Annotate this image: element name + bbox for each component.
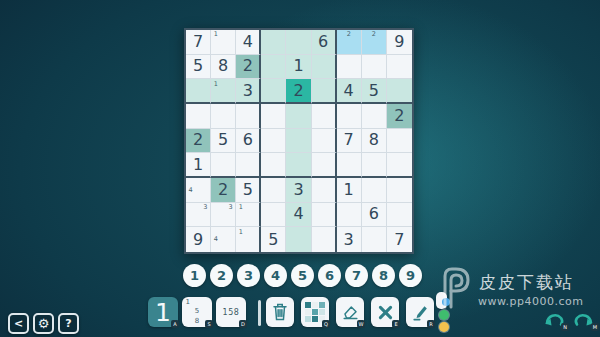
pen-color-yellow-dot[interactable] bbox=[439, 322, 449, 332]
mode-digit-label: 1 bbox=[155, 300, 171, 325]
shortcut-badge: D bbox=[239, 320, 247, 328]
cell-r3c6[interactable] bbox=[312, 79, 337, 104]
cell-r4c3[interactable] bbox=[236, 104, 261, 129]
cell-r1c9[interactable]: 9 bbox=[387, 30, 412, 55]
cell-r1c4[interactable] bbox=[261, 30, 286, 55]
cell-r5c4[interactable] bbox=[261, 129, 286, 154]
cell-r9c5[interactable] bbox=[286, 227, 311, 252]
back-button[interactable]: < bbox=[8, 313, 29, 334]
cell-r6c1[interactable]: 1 bbox=[186, 153, 211, 178]
shortcut-badge: Q bbox=[322, 320, 330, 328]
cell-r9c2[interactable]: 4 bbox=[211, 227, 236, 252]
digit: 4 bbox=[344, 83, 354, 99]
cell-r8c1[interactable]: 3 bbox=[186, 203, 211, 228]
cell-r6c8[interactable] bbox=[362, 153, 387, 178]
digit: 3 bbox=[293, 182, 303, 198]
cell-r3c4[interactable] bbox=[261, 79, 286, 104]
back-icon: < bbox=[14, 317, 23, 330]
cell-r7c3[interactable]: 5 bbox=[236, 178, 261, 203]
shortcut-badge: S bbox=[205, 320, 213, 328]
digit: 4 bbox=[293, 206, 303, 222]
cell-r4c5[interactable] bbox=[286, 104, 311, 129]
cell-r3c7[interactable]: 4 bbox=[337, 79, 362, 104]
cell-r8c4[interactable] bbox=[261, 203, 286, 228]
cell-r5c5[interactable] bbox=[286, 129, 311, 154]
cell-r8c2[interactable]: 3 bbox=[211, 203, 236, 228]
numpad-button-1[interactable]: 1 bbox=[183, 264, 206, 287]
digit: 7 bbox=[394, 232, 404, 248]
cell-r1c1[interactable]: 7 bbox=[186, 30, 211, 55]
shortcut-badge: W bbox=[357, 320, 365, 328]
cell-r9c6[interactable] bbox=[312, 227, 337, 252]
cell-r1c7[interactable]: 2 bbox=[337, 30, 362, 55]
numpad-button-8[interactable]: 8 bbox=[372, 264, 395, 287]
number-pad: 123456789 bbox=[183, 264, 422, 287]
cell-r7c2[interactable]: 2 bbox=[211, 178, 236, 203]
digit: 5 bbox=[243, 182, 253, 198]
shortcut-badge: A bbox=[171, 320, 179, 328]
cell-r3c9[interactable] bbox=[387, 79, 412, 104]
cell-r6c2[interactable] bbox=[211, 153, 236, 178]
digit: 6 bbox=[243, 132, 253, 148]
digit: 5 bbox=[218, 132, 228, 148]
cell-r4c9[interactable]: 2 bbox=[387, 104, 412, 129]
cell-r2c2[interactable]: 8 bbox=[211, 55, 236, 80]
redo-button[interactable]: M bbox=[572, 309, 596, 329]
digit: 9 bbox=[394, 34, 404, 50]
cell-r1c3[interactable]: 4 bbox=[236, 30, 261, 55]
numpad-button-5[interactable]: 5 bbox=[291, 264, 314, 287]
digit: 5 bbox=[369, 83, 379, 99]
cell-r2c8[interactable] bbox=[362, 55, 387, 80]
digit: 5 bbox=[193, 58, 203, 74]
help-button[interactable]: ? bbox=[58, 313, 79, 334]
cell-r9c4[interactable]: 5 bbox=[261, 227, 286, 252]
mode-digit-button[interactable]: 1 A bbox=[148, 297, 178, 327]
numpad-button-7[interactable]: 7 bbox=[345, 264, 368, 287]
sudoku-board: 714622958211324522567814253133146941537 bbox=[184, 28, 414, 254]
cell-r1c5[interactable] bbox=[286, 30, 311, 55]
gear-icon: ⚙ bbox=[38, 316, 50, 331]
shortcut-badge: N bbox=[561, 323, 569, 331]
game-screen: 714622958211324522567814253133146941537 … bbox=[0, 0, 600, 337]
cell-r9c8[interactable] bbox=[362, 227, 387, 252]
cell-r7c8[interactable] bbox=[362, 178, 387, 203]
cell-r5c3[interactable]: 6 bbox=[236, 129, 261, 154]
cell-r7c5[interactable]: 3 bbox=[286, 178, 311, 203]
digit: 7 bbox=[193, 34, 203, 50]
clear-button[interactable]: E bbox=[371, 297, 399, 327]
mode-center-marks-button[interactable]: 158 D bbox=[216, 297, 246, 327]
cell-r4c7[interactable] bbox=[337, 104, 362, 129]
cell-r4c4[interactable] bbox=[261, 104, 286, 129]
cell-r2c5[interactable]: 1 bbox=[286, 55, 311, 80]
numpad-button-2[interactable]: 2 bbox=[210, 264, 233, 287]
digit: 6 bbox=[369, 206, 379, 222]
cell-r9c7[interactable]: 3 bbox=[337, 227, 362, 252]
cell-r2c7[interactable] bbox=[337, 55, 362, 80]
cell-r8c5[interactable]: 4 bbox=[286, 203, 311, 228]
cell-r5c7[interactable]: 7 bbox=[337, 129, 362, 154]
cell-r3c8[interactable]: 5 bbox=[362, 79, 387, 104]
digit: 6 bbox=[318, 34, 328, 50]
shortcut-badge: M bbox=[591, 323, 599, 331]
palette-grid-icon bbox=[305, 302, 325, 322]
digit: 3 bbox=[344, 232, 354, 248]
pen-button[interactable]: R bbox=[406, 297, 434, 327]
digit: 2 bbox=[193, 132, 203, 148]
digit: 7 bbox=[344, 132, 354, 148]
x-icon bbox=[377, 304, 394, 321]
palette-button[interactable]: Q bbox=[301, 297, 329, 327]
pen-icon bbox=[411, 303, 430, 322]
settings-button[interactable]: ⚙ bbox=[33, 313, 54, 334]
digit: 2 bbox=[243, 58, 253, 74]
help-icon: ? bbox=[65, 317, 71, 330]
cell-r5c2[interactable]: 5 bbox=[211, 129, 236, 154]
cell-r1c6[interactable]: 6 bbox=[312, 30, 337, 55]
cell-r8c7[interactable] bbox=[337, 203, 362, 228]
digit: 4 bbox=[243, 34, 253, 50]
cell-r2c6[interactable] bbox=[312, 55, 337, 80]
cell-r5c6[interactable] bbox=[312, 129, 337, 154]
cell-r6c4[interactable] bbox=[261, 153, 286, 178]
cell-r1c8[interactable]: 2 bbox=[362, 30, 387, 55]
watermark-url: www.pp4000.com bbox=[478, 295, 583, 308]
cell-r4c6[interactable] bbox=[312, 104, 337, 129]
cell-r8c9[interactable] bbox=[387, 203, 412, 228]
eraser-icon bbox=[341, 303, 360, 322]
cell-r5c1[interactable]: 2 bbox=[186, 129, 211, 154]
tool-bar: Q W E R bbox=[266, 297, 434, 327]
digit: 8 bbox=[369, 132, 379, 148]
cell-r7c9[interactable] bbox=[387, 178, 412, 203]
numpad-button-6[interactable]: 6 bbox=[318, 264, 341, 287]
cell-r3c1[interactable] bbox=[186, 79, 211, 104]
toolbar-divider bbox=[258, 300, 261, 326]
cell-r5c8[interactable]: 8 bbox=[362, 129, 387, 154]
cell-r4c8[interactable] bbox=[362, 104, 387, 129]
digit: 2 bbox=[394, 108, 404, 124]
digit: 8 bbox=[218, 58, 228, 74]
digit: 2 bbox=[218, 182, 228, 198]
cell-r8c8[interactable]: 6 bbox=[362, 203, 387, 228]
cell-r5c9[interactable] bbox=[387, 129, 412, 154]
digit: 1 bbox=[344, 182, 354, 198]
cell-r6c5[interactable] bbox=[286, 153, 311, 178]
cell-r7c1[interactable]: 4 bbox=[186, 178, 211, 203]
cell-r2c3[interactable]: 2 bbox=[236, 55, 261, 80]
digit: 2 bbox=[293, 83, 303, 99]
corner-nav: < ⚙ ? bbox=[8, 313, 79, 334]
cell-r4c1[interactable] bbox=[186, 104, 211, 129]
trash-button[interactable] bbox=[266, 297, 294, 327]
digit: 3 bbox=[243, 83, 253, 99]
cell-r6c3[interactable] bbox=[236, 153, 261, 178]
numpad-button-9[interactable]: 9 bbox=[399, 264, 422, 287]
numpad-button-3[interactable]: 3 bbox=[237, 264, 260, 287]
cell-r7c4[interactable] bbox=[261, 178, 286, 203]
pen-color-green-dot[interactable] bbox=[439, 310, 449, 320]
eraser-button[interactable]: W bbox=[336, 297, 364, 327]
digit: 1 bbox=[193, 157, 203, 173]
shortcut-badge: E bbox=[392, 320, 400, 328]
watermark-logo bbox=[437, 265, 473, 309]
cell-r8c6[interactable] bbox=[312, 203, 337, 228]
cell-r6c7[interactable] bbox=[337, 153, 362, 178]
cell-r9c1[interactable]: 9 bbox=[186, 227, 211, 252]
digit: 5 bbox=[268, 232, 278, 248]
mode-bar: 1 A 158 S 158 D bbox=[148, 297, 246, 327]
cell-r2c4[interactable] bbox=[261, 55, 286, 80]
undo-button[interactable]: N bbox=[542, 309, 566, 329]
cell-r7c7[interactable]: 1 bbox=[337, 178, 362, 203]
cell-r3c3[interactable]: 3 bbox=[236, 79, 261, 104]
cell-r2c1[interactable]: 5 bbox=[186, 55, 211, 80]
cell-r6c9[interactable] bbox=[387, 153, 412, 178]
cell-r2c9[interactable] bbox=[387, 55, 412, 80]
trash-icon bbox=[271, 302, 289, 322]
numpad-button-4[interactable]: 4 bbox=[264, 264, 287, 287]
digit: 9 bbox=[193, 232, 203, 248]
cell-r9c3[interactable]: 1 bbox=[236, 227, 261, 252]
shortcut-badge: R bbox=[427, 320, 435, 328]
cell-r3c2[interactable]: 1 bbox=[211, 79, 236, 104]
cell-r7c6[interactable] bbox=[312, 178, 337, 203]
cell-r8c3[interactable]: 1 bbox=[236, 203, 261, 228]
cell-r4c2[interactable] bbox=[211, 104, 236, 129]
cell-r3c5[interactable]: 2 bbox=[286, 79, 311, 104]
mode-corner-marks-button[interactable]: 158 S bbox=[182, 297, 212, 327]
watermark-site-name: 皮皮下载站 bbox=[479, 271, 574, 294]
cell-r6c6[interactable] bbox=[312, 153, 337, 178]
digit: 1 bbox=[293, 58, 303, 74]
cell-r9c9[interactable]: 7 bbox=[387, 227, 412, 252]
cell-r1c2[interactable]: 1 bbox=[211, 30, 236, 55]
